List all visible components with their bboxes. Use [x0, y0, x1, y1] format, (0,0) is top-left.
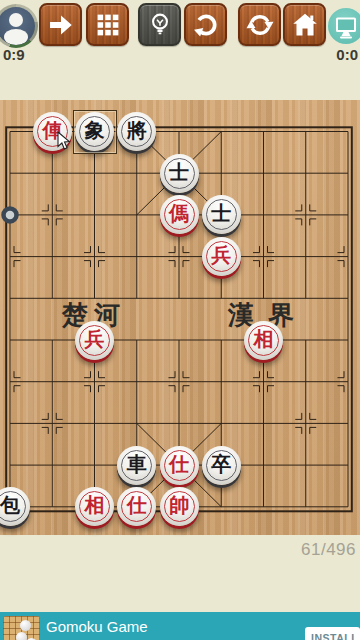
gomoku-board-icon	[3, 616, 40, 640]
install-button[interactable]: INSTALL	[305, 627, 360, 640]
menu-button[interactable]	[86, 3, 129, 46]
piece-red-帥[interactable]: 帥	[160, 487, 199, 526]
piece-black-包[interactable]: 包	[0, 487, 30, 526]
piece-black-士[interactable]: 士	[202, 195, 241, 234]
puzzle-progress: 61/496	[301, 540, 356, 560]
flip-button[interactable]	[238, 3, 281, 46]
undo-button[interactable]	[184, 3, 227, 46]
piece-red-傌[interactable]: 傌	[160, 195, 199, 234]
piece-red-仕[interactable]: 仕	[117, 487, 156, 526]
computer-opponent-button[interactable]	[328, 8, 360, 44]
forward-button[interactable]	[39, 3, 82, 46]
mouse-cursor-icon	[57, 131, 72, 151]
piece-red-兵[interactable]: 兵	[75, 321, 114, 360]
top-toolbar: 0:9 0:0	[0, 0, 360, 100]
piece-black-象[interactable]: 象	[75, 112, 114, 151]
piece-black-將[interactable]: 將	[117, 112, 156, 151]
last-move-marker	[4, 208, 17, 221]
piece-black-士[interactable]: 士	[160, 154, 199, 193]
hint-button[interactable]	[138, 3, 181, 46]
xiangqi-board: 楚河 漢界 俥象將士傌士兵兵相車仕卒包相仕帥	[0, 100, 360, 535]
xiangqi-app: 0:9 0:0 楚河 漢界 俥象將士傌士兵兵相車仕卒包相仕帥 61/496	[0, 0, 360, 640]
score-left: 0:9	[3, 46, 25, 63]
piece-red-仕[interactable]: 仕	[160, 446, 199, 485]
player-avatar[interactable]	[0, 4, 38, 48]
person-avatar-icon	[0, 7, 35, 45]
ad-banner[interactable]: Gomoku Game INSTALL	[0, 612, 360, 640]
piece-black-卒[interactable]: 卒	[202, 446, 241, 485]
piece-black-車[interactable]: 車	[117, 446, 156, 485]
piece-red-兵[interactable]: 兵	[202, 237, 241, 276]
score-right: 0:0	[336, 46, 358, 63]
ad-title: Gomoku Game	[46, 618, 148, 635]
piece-red-相[interactable]: 相	[244, 321, 283, 360]
computer-monitor-icon	[332, 13, 360, 41]
home-button[interactable]	[283, 3, 326, 46]
piece-red-相[interactable]: 相	[75, 487, 114, 526]
